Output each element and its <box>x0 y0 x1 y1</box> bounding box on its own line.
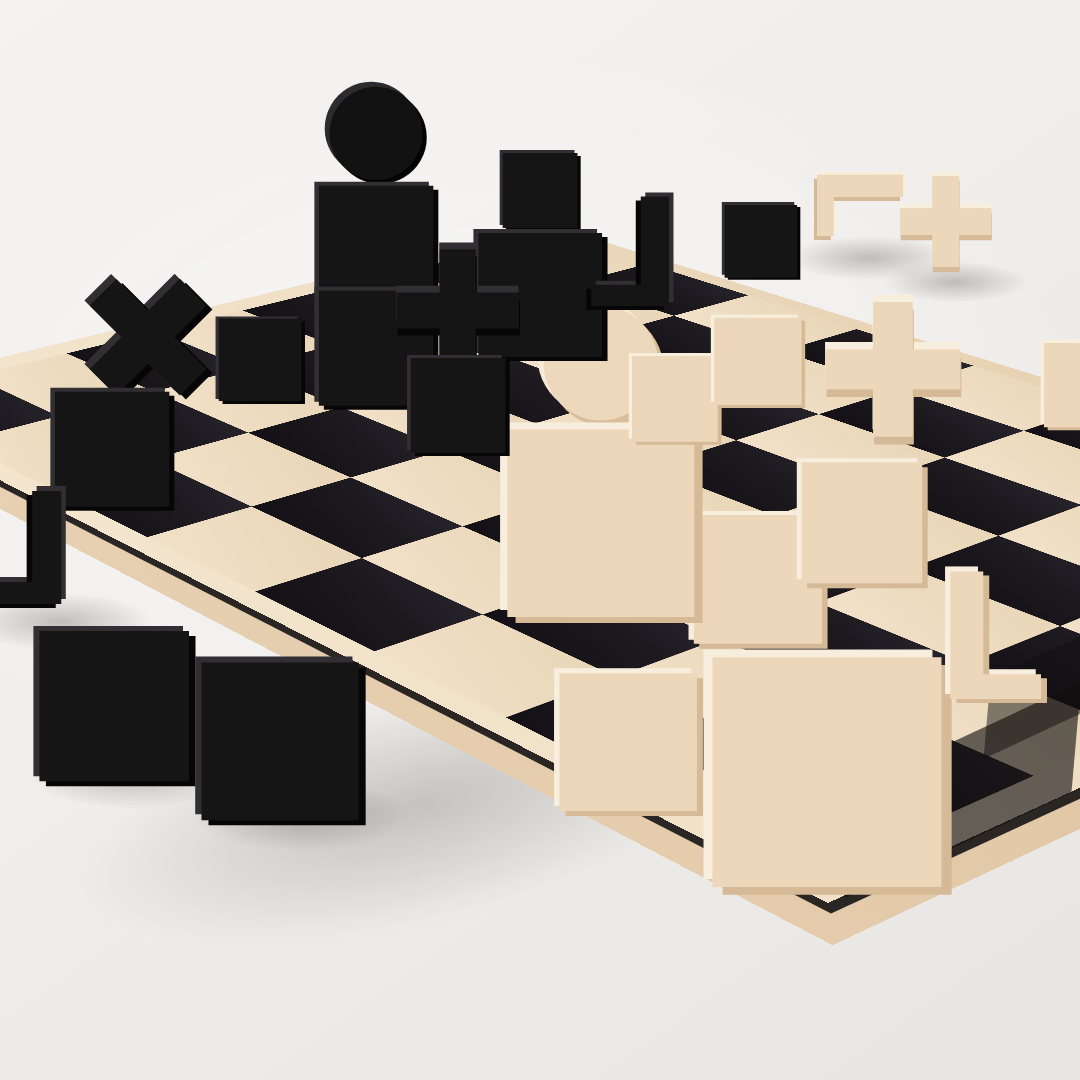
scene: ■■L■■●■■■✖■✖■●■■■■L■■✖■L✖L■■ <box>0 0 1080 1080</box>
black-pawn-block: ■ <box>399 352 516 439</box>
black-knight-block: L <box>587 202 683 307</box>
white-bishop-f5[interactable]: ✖ <box>812 308 967 438</box>
white-rook-block: ■ <box>685 642 968 852</box>
black-pawn-captured-block: ■ <box>183 652 378 796</box>
black-knight-f8[interactable]: L <box>587 202 683 307</box>
white-knight-block: L <box>934 578 1046 701</box>
black-pawn-captured-block: ■ <box>21 621 206 758</box>
white-bishop-block: ✖ <box>789 272 990 473</box>
white-knight-d1[interactable]: L <box>934 578 1046 701</box>
black-pawn-captured[interactable]: ■ <box>21 621 206 758</box>
white-pawn-g4[interactable]: ■ <box>1034 338 1080 415</box>
black-pawn-captured[interactable]: ■ <box>183 652 378 796</box>
black-pawn-d6[interactable]: ■ <box>399 352 516 439</box>
white-pawn-block: ■ <box>543 664 713 790</box>
white-rook-a1[interactable]: ■ <box>685 642 968 852</box>
black-knight-body: L <box>587 202 683 307</box>
black-pawn-block: ■ <box>209 313 311 389</box>
white-bishop-body: ✖ <box>789 272 990 473</box>
pieces-layer: ■■L■■●■■■✖■✖■●■■■■L■■✖■L✖L■■ <box>0 0 1080 1080</box>
white-bishop-captured[interactable]: ✖ <box>892 180 997 268</box>
black-pawn-c7[interactable]: ■ <box>209 313 311 389</box>
white-pawn-a2[interactable]: ■ <box>543 664 713 790</box>
white-pawn-block: ■ <box>1034 338 1080 415</box>
